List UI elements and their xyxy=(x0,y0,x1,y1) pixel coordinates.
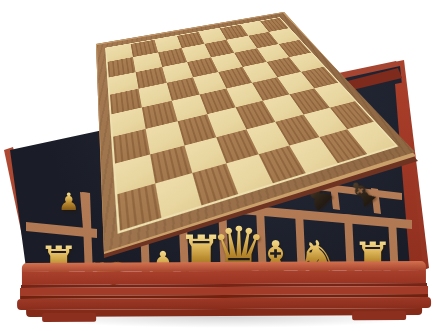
chess-set-photo: ♟ ♝ ♟ ♜ ♟ ♟ ♜ ♛ ♝ ♞ ♜ xyxy=(0,0,438,331)
tray-piece-left-pawn: ♟ xyxy=(58,190,80,214)
case-base xyxy=(20,261,428,317)
case-foot-right xyxy=(352,311,406,320)
case-foot-left xyxy=(42,313,96,322)
